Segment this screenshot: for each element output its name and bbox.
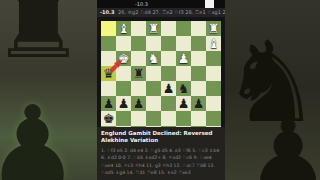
white-pawn: ♟: [176, 51, 191, 66]
square-a2[interactable]: ♝: [206, 36, 221, 51]
square-a4[interactable]: [206, 66, 221, 81]
opening-panel: Englund Gambit Declined: Reversed Alekhi…: [97, 127, 225, 180]
black-queen: ♛: [101, 66, 116, 81]
square-g5[interactable]: [116, 81, 131, 96]
backdrop-right: [223, 0, 320, 180]
black-king: ♚: [101, 111, 116, 126]
engine-best-moves: 26. ♔g2 ♘d4 27. ♖e2 ♘f3 28. ♖e1 ♘xg1 2: [118, 9, 225, 15]
square-c2[interactable]: [176, 36, 191, 51]
square-c3[interactable]: ♟: [176, 51, 191, 66]
white-rook: ♜: [206, 21, 221, 36]
square-g6[interactable]: ♟: [116, 96, 131, 111]
square-f5[interactable]: [131, 81, 146, 96]
app-column: -10.3 -10.3 26. ♔g2 ♘d4 27. ♖e2 ♘f3 28. …: [97, 0, 225, 180]
black-pawn: ♟: [101, 96, 116, 111]
square-d1[interactable]: [161, 21, 176, 36]
square-e2[interactable]: [146, 36, 161, 51]
square-a6[interactable]: [206, 96, 221, 111]
square-d4[interactable]: [161, 66, 176, 81]
square-c4[interactable]: [176, 66, 191, 81]
evaluation-bar: -10.3: [97, 0, 225, 8]
black-knight: ♞: [176, 81, 191, 96]
square-h4[interactable]: ♛: [101, 66, 116, 81]
black-pawn: ♟: [131, 96, 146, 111]
opening-title: Englund Gambit Declined: Reversed Alekhi…: [101, 130, 221, 145]
square-h2[interactable]: [101, 36, 116, 51]
square-c7[interactable]: [176, 111, 191, 126]
square-f4[interactable]: ♜: [131, 66, 146, 81]
square-a3[interactable]: [206, 51, 221, 66]
square-g2[interactable]: [116, 36, 131, 51]
square-b3[interactable]: [191, 51, 206, 66]
video-frame: ♜ ♟ ♞ ♟ -10.3 -10.3 26. ♔g2 ♘d4 27. ♖e2 …: [0, 0, 320, 180]
square-b4[interactable]: [191, 66, 206, 81]
engine-line: -10.3 26. ♔g2 ♘d4 27. ♖e2 ♘f3 28. ♖e1 ♘x…: [97, 8, 225, 17]
square-c5[interactable]: ♞: [176, 81, 191, 96]
square-e6[interactable]: [146, 96, 161, 111]
engine-eval: -10.3: [100, 9, 114, 15]
square-g4[interactable]: [116, 66, 131, 81]
square-b5[interactable]: [191, 81, 206, 96]
black-pawn: ♟: [191, 96, 206, 111]
square-h6[interactable]: ♟: [101, 96, 116, 111]
black-pawn: ♟: [161, 81, 176, 96]
square-d3[interactable]: [161, 51, 176, 66]
square-h7[interactable]: ♚: [101, 111, 116, 126]
white-rook: ♜: [146, 21, 161, 36]
square-f1[interactable]: [131, 21, 146, 36]
chess-board: ♝♜♜♝♚♞♟♛♜♟♞♟♟♟♟♟♚♜: [101, 21, 221, 141]
square-e4[interactable]: [146, 66, 161, 81]
square-f6[interactable]: ♟: [131, 96, 146, 111]
square-d5[interactable]: ♟: [161, 81, 176, 96]
square-h3[interactable]: [101, 51, 116, 66]
square-e7[interactable]: [146, 111, 161, 126]
square-g7[interactable]: [116, 111, 131, 126]
square-f2[interactable]: [131, 36, 146, 51]
square-b7[interactable]: [191, 111, 206, 126]
square-c6[interactable]: ♟: [176, 96, 191, 111]
white-king: ♚: [116, 51, 131, 66]
white-bishop: ♝: [206, 36, 221, 51]
black-pawn: ♟: [176, 96, 191, 111]
square-d2[interactable]: [161, 36, 176, 51]
square-a5[interactable]: [206, 81, 221, 96]
evaluation-value: -10.3: [135, 1, 148, 7]
square-h1[interactable]: [101, 21, 116, 36]
square-g1[interactable]: ♝: [116, 21, 131, 36]
backdrop-left: [0, 0, 97, 180]
square-b6[interactable]: ♟: [191, 96, 206, 111]
square-d7[interactable]: [161, 111, 176, 126]
black-rook: ♜: [131, 66, 146, 81]
square-h5[interactable]: [101, 81, 116, 96]
square-a7[interactable]: [206, 111, 221, 126]
square-f7[interactable]: [131, 111, 146, 126]
move-list: 1. ♘f3 e5 2. d4 e4 3. ♘g5 d5 4. e3 ♘f6 5…: [101, 147, 221, 176]
square-c1[interactable]: [176, 21, 191, 36]
square-f3[interactable]: [131, 51, 146, 66]
square-b2[interactable]: [191, 36, 206, 51]
white-bishop: ♝: [116, 21, 131, 36]
square-e3[interactable]: ♞: [146, 51, 161, 66]
square-g3[interactable]: ♚: [116, 51, 131, 66]
evaluation-bar-white-segment: [205, 0, 214, 8]
black-pawn: ♟: [116, 96, 131, 111]
white-knight: ♞: [146, 51, 161, 66]
square-d6[interactable]: [161, 96, 176, 111]
square-e5[interactable]: [146, 81, 161, 96]
square-e1[interactable]: ♜: [146, 21, 161, 36]
square-a1[interactable]: ♜: [206, 21, 221, 36]
square-b1[interactable]: [191, 21, 206, 36]
